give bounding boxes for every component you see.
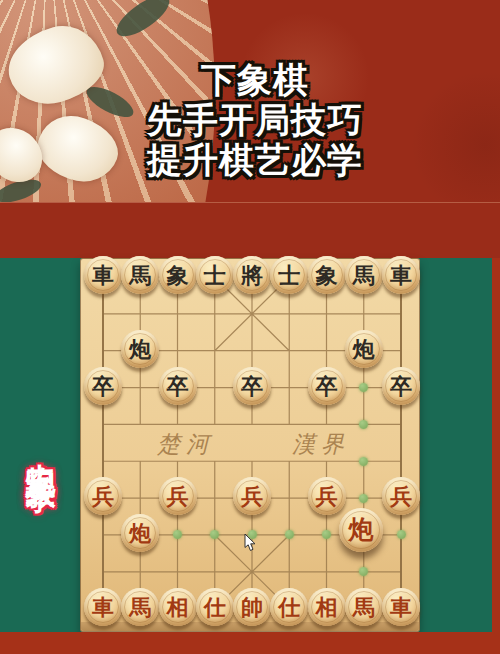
title-line-3: 提升棋艺必学 (112, 140, 398, 180)
piece-red[interactable]: 相 (308, 588, 346, 626)
red-divider-strip (0, 202, 500, 259)
piece-red[interactable]: 兵 (84, 477, 122, 515)
banner: 下象棋 先手开局技巧 提升棋艺必学 (0, 0, 500, 202)
title-line-1: 下象棋 (112, 60, 398, 100)
piece-black[interactable]: 卒 (233, 367, 271, 405)
move-dot[interactable] (397, 530, 406, 539)
piece-black[interactable]: 士 (270, 256, 308, 294)
piece-black[interactable]: 將 (233, 256, 271, 294)
piece-black[interactable]: 卒 (308, 367, 346, 405)
piece-red[interactable]: 車 (84, 588, 122, 626)
piece-black[interactable]: 象 (159, 256, 197, 294)
piece-red[interactable]: 兵 (382, 477, 420, 515)
game-area: 中炮三兵教学 楚河 漢界 車馬象士將士象馬車炮炮卒卒卒卒卒兵兵兵兵兵炮炮車馬相仕… (0, 258, 500, 632)
piece-black[interactable]: 車 (84, 256, 122, 294)
piece-black[interactable]: 馬 (121, 256, 159, 294)
red-bottom-strip (0, 632, 500, 654)
move-dot[interactable] (359, 457, 368, 466)
piece-red[interactable]: 仕 (270, 588, 308, 626)
piece-red[interactable]: 炮 (121, 514, 159, 552)
piece-black[interactable]: 卒 (382, 367, 420, 405)
piece-red[interactable]: 車 (382, 588, 420, 626)
piece-red[interactable]: 帥 (233, 588, 271, 626)
move-dot[interactable] (359, 494, 368, 503)
flower-watermark (410, 70, 500, 202)
piece-black[interactable]: 卒 (159, 367, 197, 405)
piece-black[interactable]: 炮 (345, 330, 383, 368)
xiangqi-board[interactable]: 楚河 漢界 車馬象士將士象馬車炮炮卒卒卒卒卒兵兵兵兵兵炮炮車馬相仕帥仕相馬車 (80, 258, 420, 632)
title-line-2: 先手开局技巧 (112, 100, 398, 140)
series-label-text: 中炮三兵教学 (20, 439, 61, 463)
piece-red[interactable]: 兵 (159, 477, 197, 515)
piece-red[interactable]: 兵 (233, 477, 271, 515)
piece-red[interactable]: 相 (159, 588, 197, 626)
piece-red[interactable]: 仕 (196, 588, 234, 626)
series-label: 中炮三兵教学 (0, 336, 80, 566)
red-side-strip (492, 258, 500, 632)
piece-black[interactable]: 卒 (84, 367, 122, 405)
piece-black[interactable]: 炮 (121, 330, 159, 368)
piece-black[interactable]: 馬 (345, 256, 383, 294)
board-grid (81, 259, 421, 633)
piece-red[interactable]: 兵 (308, 477, 346, 515)
mouse-cursor (244, 533, 257, 556)
piece-black[interactable]: 車 (382, 256, 420, 294)
piece-black[interactable]: 士 (196, 256, 234, 294)
piece-black[interactable]: 象 (308, 256, 346, 294)
river-label-right: 漢界 (281, 429, 361, 460)
video-title: 下象棋 先手开局技巧 提升棋艺必学 (112, 60, 398, 180)
piece-red-selected[interactable]: 炮 (339, 508, 383, 552)
river-label-left: 楚河 (146, 429, 226, 460)
page: 下象棋 先手开局技巧 提升棋艺必学 中炮三兵教学 楚河 漢界 車馬象士將士象馬車… (0, 0, 500, 654)
piece-red[interactable]: 馬 (345, 588, 383, 626)
piece-red[interactable]: 馬 (121, 588, 159, 626)
